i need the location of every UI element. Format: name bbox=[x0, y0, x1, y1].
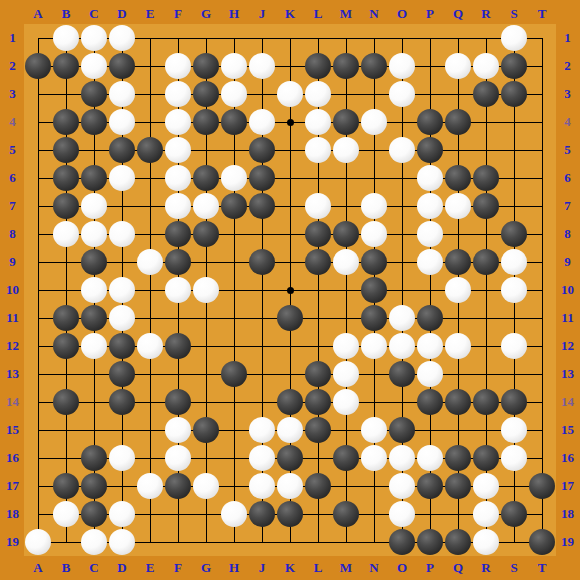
white-stone-L4: ○ bbox=[305, 109, 331, 135]
coord-bottom-D[interactable]: D bbox=[108, 555, 136, 580]
white-stone-J15: ○ bbox=[249, 417, 275, 443]
coord-left-7[interactable]: 7 bbox=[0, 192, 25, 220]
coord-bottom-A[interactable]: A bbox=[24, 555, 52, 580]
coord-top-N[interactable]: N bbox=[360, 1, 388, 26]
coord-left-13[interactable]: 13 bbox=[0, 360, 25, 388]
white-stone-Q10: ○ bbox=[445, 277, 471, 303]
black-stone-J9: ● bbox=[249, 249, 275, 275]
black-stone-L2: ● bbox=[305, 53, 331, 79]
coord-right-4[interactable]: 4 bbox=[555, 108, 580, 136]
white-stone-P13: ○ bbox=[417, 361, 443, 387]
coord-right-9[interactable]: 9 bbox=[555, 248, 580, 276]
coord-right-14[interactable]: 14 bbox=[555, 388, 580, 416]
coord-bottom-B[interactable]: B bbox=[52, 555, 80, 580]
black-stone-L14: ● bbox=[305, 389, 331, 415]
black-stone-D14: ● bbox=[109, 389, 135, 415]
coord-left-11[interactable]: 11 bbox=[0, 304, 25, 332]
coord-top-C[interactable]: C bbox=[80, 1, 108, 26]
coord-right-12[interactable]: 12 bbox=[555, 332, 580, 360]
white-stone-H2: ○ bbox=[221, 53, 247, 79]
black-stone-N9: ● bbox=[361, 249, 387, 275]
black-stone-O13: ● bbox=[389, 361, 415, 387]
white-stone-L3: ○ bbox=[305, 81, 331, 107]
coord-bottom-F[interactable]: F bbox=[164, 555, 192, 580]
white-stone-C19: ○ bbox=[81, 529, 107, 555]
white-stone-P7: ○ bbox=[417, 193, 443, 219]
hoshi-K10 bbox=[287, 287, 294, 294]
white-stone-D1: ○ bbox=[109, 25, 135, 51]
black-stone-B7: ● bbox=[53, 193, 79, 219]
white-stone-S10: ○ bbox=[501, 277, 527, 303]
black-stone-O19: ● bbox=[389, 529, 415, 555]
black-stone-C16: ● bbox=[81, 445, 107, 471]
white-stone-F5: ○ bbox=[165, 137, 191, 163]
coord-top-D[interactable]: D bbox=[108, 1, 136, 26]
black-stone-L9: ● bbox=[305, 249, 331, 275]
black-stone-C3: ● bbox=[81, 81, 107, 107]
white-stone-C12: ○ bbox=[81, 333, 107, 359]
white-stone-L7: ○ bbox=[305, 193, 331, 219]
coord-right-17[interactable]: 17 bbox=[555, 472, 580, 500]
coord-top-S[interactable]: S bbox=[500, 1, 528, 26]
black-stone-S3: ● bbox=[501, 81, 527, 107]
black-stone-S18: ● bbox=[501, 501, 527, 527]
black-stone-Q14: ● bbox=[445, 389, 471, 415]
black-stone-F17: ● bbox=[165, 473, 191, 499]
white-stone-C7: ○ bbox=[81, 193, 107, 219]
black-stone-D13: ● bbox=[109, 361, 135, 387]
black-stone-C4: ● bbox=[81, 109, 107, 135]
coord-left-6[interactable]: 6 bbox=[0, 164, 25, 192]
coord-left-4[interactable]: 4 bbox=[0, 108, 25, 136]
white-stone-C1: ○ bbox=[81, 25, 107, 51]
white-stone-G17: ○ bbox=[193, 473, 219, 499]
black-stone-J5: ● bbox=[249, 137, 275, 163]
white-stone-N15: ○ bbox=[361, 417, 387, 443]
white-stone-E17: ○ bbox=[137, 473, 163, 499]
coord-bottom-M[interactable]: M bbox=[332, 555, 360, 580]
coord-left-3[interactable]: 3 bbox=[0, 80, 25, 108]
white-stone-C10: ○ bbox=[81, 277, 107, 303]
black-stone-G2: ● bbox=[193, 53, 219, 79]
black-stone-G4: ● bbox=[193, 109, 219, 135]
black-stone-R16: ● bbox=[473, 445, 499, 471]
black-stone-F8: ● bbox=[165, 221, 191, 247]
white-stone-N16: ○ bbox=[361, 445, 387, 471]
black-stone-H13: ● bbox=[221, 361, 247, 387]
white-stone-D3: ○ bbox=[109, 81, 135, 107]
coord-top-G[interactable]: G bbox=[192, 1, 220, 26]
coord-top-O[interactable]: O bbox=[388, 1, 416, 26]
black-stone-R6: ● bbox=[473, 165, 499, 191]
go-board[interactable]: AABBCCDDEEFFGGHHJJKKLLMMNNOOPPQQRRSSTT11… bbox=[0, 0, 580, 580]
white-stone-F2: ○ bbox=[165, 53, 191, 79]
coord-top-J[interactable]: J bbox=[248, 1, 276, 26]
black-stone-L17: ● bbox=[305, 473, 331, 499]
black-stone-A2: ● bbox=[25, 53, 51, 79]
coord-left-12[interactable]: 12 bbox=[0, 332, 25, 360]
black-stone-Q17: ● bbox=[445, 473, 471, 499]
black-stone-G6: ● bbox=[193, 165, 219, 191]
white-stone-S12: ○ bbox=[501, 333, 527, 359]
black-stone-N11: ● bbox=[361, 305, 387, 331]
white-stone-E9: ○ bbox=[137, 249, 163, 275]
coord-left-17[interactable]: 17 bbox=[0, 472, 25, 500]
white-stone-D6: ○ bbox=[109, 165, 135, 191]
coord-right-1[interactable]: 1 bbox=[555, 24, 580, 52]
black-stone-P11: ● bbox=[417, 305, 443, 331]
white-stone-O11: ○ bbox=[389, 305, 415, 331]
white-stone-F7: ○ bbox=[165, 193, 191, 219]
white-stone-M9: ○ bbox=[333, 249, 359, 275]
white-stone-F10: ○ bbox=[165, 277, 191, 303]
black-stone-D2: ● bbox=[109, 53, 135, 79]
coord-right-5[interactable]: 5 bbox=[555, 136, 580, 164]
coord-bottom-P[interactable]: P bbox=[416, 555, 444, 580]
coord-bottom-L[interactable]: L bbox=[304, 555, 332, 580]
black-stone-M2: ● bbox=[333, 53, 359, 79]
white-stone-D16: ○ bbox=[109, 445, 135, 471]
white-stone-S9: ○ bbox=[501, 249, 527, 275]
white-stone-M13: ○ bbox=[333, 361, 359, 387]
white-stone-N12: ○ bbox=[361, 333, 387, 359]
black-stone-H7: ● bbox=[221, 193, 247, 219]
coord-top-F[interactable]: F bbox=[164, 1, 192, 26]
white-stone-H6: ○ bbox=[221, 165, 247, 191]
black-stone-Q6: ● bbox=[445, 165, 471, 191]
black-stone-B5: ● bbox=[53, 137, 79, 163]
coord-right-18[interactable]: 18 bbox=[555, 500, 580, 528]
white-stone-J16: ○ bbox=[249, 445, 275, 471]
coord-bottom-H[interactable]: H bbox=[220, 555, 248, 580]
black-stone-F9: ● bbox=[165, 249, 191, 275]
white-stone-Q12: ○ bbox=[445, 333, 471, 359]
coord-top-B[interactable]: B bbox=[52, 1, 80, 26]
white-stone-K3: ○ bbox=[277, 81, 303, 107]
coord-right-13[interactable]: 13 bbox=[555, 360, 580, 388]
white-stone-D18: ○ bbox=[109, 501, 135, 527]
coord-left-1[interactable]: 1 bbox=[0, 24, 25, 52]
black-stone-T17: ● bbox=[529, 473, 555, 499]
black-stone-B4: ● bbox=[53, 109, 79, 135]
coord-left-9[interactable]: 9 bbox=[0, 248, 25, 276]
white-stone-O5: ○ bbox=[389, 137, 415, 163]
coord-left-2[interactable]: 2 bbox=[0, 52, 25, 80]
black-stone-B2: ● bbox=[53, 53, 79, 79]
white-stone-B8: ○ bbox=[53, 221, 79, 247]
white-stone-Q2: ○ bbox=[445, 53, 471, 79]
black-stone-N10: ● bbox=[361, 277, 387, 303]
black-stone-R9: ● bbox=[473, 249, 499, 275]
black-stone-Q16: ● bbox=[445, 445, 471, 471]
white-stone-M14: ○ bbox=[333, 389, 359, 415]
black-stone-F14: ● bbox=[165, 389, 191, 415]
white-stone-S1: ○ bbox=[501, 25, 527, 51]
white-stone-R17: ○ bbox=[473, 473, 499, 499]
white-stone-F16: ○ bbox=[165, 445, 191, 471]
black-stone-M8: ● bbox=[333, 221, 359, 247]
coord-right-10[interactable]: 10 bbox=[555, 276, 580, 304]
black-stone-D12: ● bbox=[109, 333, 135, 359]
white-stone-F3: ○ bbox=[165, 81, 191, 107]
black-stone-T19: ● bbox=[529, 529, 555, 555]
black-stone-G15: ● bbox=[193, 417, 219, 443]
white-stone-D10: ○ bbox=[109, 277, 135, 303]
black-stone-S2: ● bbox=[501, 53, 527, 79]
white-stone-M12: ○ bbox=[333, 333, 359, 359]
white-stone-N4: ○ bbox=[361, 109, 387, 135]
white-stone-P12: ○ bbox=[417, 333, 443, 359]
coord-bottom-O[interactable]: O bbox=[388, 555, 416, 580]
black-stone-G8: ● bbox=[193, 221, 219, 247]
white-stone-D4: ○ bbox=[109, 109, 135, 135]
coord-top-L[interactable]: L bbox=[304, 1, 332, 26]
coord-bottom-C[interactable]: C bbox=[80, 555, 108, 580]
white-stone-Q7: ○ bbox=[445, 193, 471, 219]
black-stone-J18: ● bbox=[249, 501, 275, 527]
white-stone-C2: ○ bbox=[81, 53, 107, 79]
white-stone-F4: ○ bbox=[165, 109, 191, 135]
coord-right-3[interactable]: 3 bbox=[555, 80, 580, 108]
white-stone-O18: ○ bbox=[389, 501, 415, 527]
white-stone-R18: ○ bbox=[473, 501, 499, 527]
white-stone-K17: ○ bbox=[277, 473, 303, 499]
white-stone-O2: ○ bbox=[389, 53, 415, 79]
black-stone-R7: ● bbox=[473, 193, 499, 219]
black-stone-Q4: ● bbox=[445, 109, 471, 135]
white-stone-E12: ○ bbox=[137, 333, 163, 359]
black-stone-K16: ● bbox=[277, 445, 303, 471]
coord-bottom-J[interactable]: J bbox=[248, 555, 276, 580]
black-stone-L15: ● bbox=[305, 417, 331, 443]
black-stone-B14: ● bbox=[53, 389, 79, 415]
white-stone-J17: ○ bbox=[249, 473, 275, 499]
coord-left-16[interactable]: 16 bbox=[0, 444, 25, 472]
coord-right-16[interactable]: 16 bbox=[555, 444, 580, 472]
black-stone-C6: ● bbox=[81, 165, 107, 191]
black-stone-R3: ● bbox=[473, 81, 499, 107]
black-stone-Q19: ● bbox=[445, 529, 471, 555]
black-stone-C9: ● bbox=[81, 249, 107, 275]
hoshi-K4 bbox=[287, 119, 294, 126]
white-stone-P6: ○ bbox=[417, 165, 443, 191]
white-stone-L5: ○ bbox=[305, 137, 331, 163]
coord-bottom-E[interactable]: E bbox=[136, 555, 164, 580]
white-stone-A19: ○ bbox=[25, 529, 51, 555]
white-stone-K15: ○ bbox=[277, 417, 303, 443]
black-stone-B11: ● bbox=[53, 305, 79, 331]
coord-left-19[interactable]: 19 bbox=[0, 528, 25, 556]
black-stone-K11: ● bbox=[277, 305, 303, 331]
coord-top-M[interactable]: M bbox=[332, 1, 360, 26]
black-stone-J7: ● bbox=[249, 193, 275, 219]
black-stone-P19: ● bbox=[417, 529, 443, 555]
black-stone-B6: ● bbox=[53, 165, 79, 191]
coord-top-K[interactable]: K bbox=[276, 1, 304, 26]
black-stone-G3: ● bbox=[193, 81, 219, 107]
white-stone-R2: ○ bbox=[473, 53, 499, 79]
coord-top-E[interactable]: E bbox=[136, 1, 164, 26]
coord-right-7[interactable]: 7 bbox=[555, 192, 580, 220]
black-stone-F12: ● bbox=[165, 333, 191, 359]
black-stone-Q9: ● bbox=[445, 249, 471, 275]
black-stone-E5: ● bbox=[137, 137, 163, 163]
white-stone-N8: ○ bbox=[361, 221, 387, 247]
black-stone-K14: ● bbox=[277, 389, 303, 415]
white-stone-O17: ○ bbox=[389, 473, 415, 499]
black-stone-C17: ● bbox=[81, 473, 107, 499]
black-stone-K18: ● bbox=[277, 501, 303, 527]
black-stone-P5: ● bbox=[417, 137, 443, 163]
white-stone-N7: ○ bbox=[361, 193, 387, 219]
white-stone-O3: ○ bbox=[389, 81, 415, 107]
coord-left-18[interactable]: 18 bbox=[0, 500, 25, 528]
black-stone-L8: ● bbox=[305, 221, 331, 247]
coord-right-6[interactable]: 6 bbox=[555, 164, 580, 192]
coord-top-Q[interactable]: Q bbox=[444, 1, 472, 26]
black-stone-P14: ● bbox=[417, 389, 443, 415]
white-stone-F15: ○ bbox=[165, 417, 191, 443]
white-stone-P8: ○ bbox=[417, 221, 443, 247]
coord-right-8[interactable]: 8 bbox=[555, 220, 580, 248]
coord-bottom-R[interactable]: R bbox=[472, 555, 500, 580]
white-stone-D19: ○ bbox=[109, 529, 135, 555]
black-stone-N2: ● bbox=[361, 53, 387, 79]
white-stone-J4: ○ bbox=[249, 109, 275, 135]
white-stone-F6: ○ bbox=[165, 165, 191, 191]
coord-top-A[interactable]: A bbox=[24, 1, 52, 26]
coord-top-P[interactable]: P bbox=[416, 1, 444, 26]
coord-right-11[interactable]: 11 bbox=[555, 304, 580, 332]
black-stone-S8: ● bbox=[501, 221, 527, 247]
white-stone-D11: ○ bbox=[109, 305, 135, 331]
coord-bottom-S[interactable]: S bbox=[500, 555, 528, 580]
white-stone-P9: ○ bbox=[417, 249, 443, 275]
white-stone-G10: ○ bbox=[193, 277, 219, 303]
black-stone-M4: ● bbox=[333, 109, 359, 135]
black-stone-M16: ● bbox=[333, 445, 359, 471]
white-stone-O12: ○ bbox=[389, 333, 415, 359]
black-stone-B12: ● bbox=[53, 333, 79, 359]
coord-right-15[interactable]: 15 bbox=[555, 416, 580, 444]
coord-left-15[interactable]: 15 bbox=[0, 416, 25, 444]
black-stone-P4: ● bbox=[417, 109, 443, 135]
coord-bottom-G[interactable]: G bbox=[192, 555, 220, 580]
black-stone-O15: ● bbox=[389, 417, 415, 443]
white-stone-C8: ○ bbox=[81, 221, 107, 247]
coord-bottom-T[interactable]: T bbox=[528, 555, 556, 580]
black-stone-P17: ● bbox=[417, 473, 443, 499]
white-stone-H3: ○ bbox=[221, 81, 247, 107]
white-stone-J2: ○ bbox=[249, 53, 275, 79]
coord-bottom-Q[interactable]: Q bbox=[444, 555, 472, 580]
white-stone-P16: ○ bbox=[417, 445, 443, 471]
black-stone-H4: ● bbox=[221, 109, 247, 135]
white-stone-O16: ○ bbox=[389, 445, 415, 471]
black-stone-M18: ● bbox=[333, 501, 359, 527]
black-stone-C18: ● bbox=[81, 501, 107, 527]
white-stone-B18: ○ bbox=[53, 501, 79, 527]
coord-top-R[interactable]: R bbox=[472, 1, 500, 26]
coord-left-14[interactable]: 14 bbox=[0, 388, 25, 416]
white-stone-R19: ○ bbox=[473, 529, 499, 555]
white-stone-M5: ○ bbox=[333, 137, 359, 163]
black-stone-S14: ● bbox=[501, 389, 527, 415]
white-stone-S16: ○ bbox=[501, 445, 527, 471]
white-stone-S15: ○ bbox=[501, 417, 527, 443]
coord-left-5[interactable]: 5 bbox=[0, 136, 25, 164]
coord-bottom-N[interactable]: N bbox=[360, 555, 388, 580]
coord-right-19[interactable]: 19 bbox=[555, 528, 580, 556]
white-stone-H18: ○ bbox=[221, 501, 247, 527]
black-stone-D5: ● bbox=[109, 137, 135, 163]
coord-left-8[interactable]: 8 bbox=[0, 220, 25, 248]
black-stone-C11: ● bbox=[81, 305, 107, 331]
black-stone-B17: ● bbox=[53, 473, 79, 499]
white-stone-D8: ○ bbox=[109, 221, 135, 247]
coord-bottom-K[interactable]: K bbox=[276, 555, 304, 580]
white-stone-B1: ○ bbox=[53, 25, 79, 51]
coord-top-T[interactable]: T bbox=[528, 1, 556, 26]
coord-right-2[interactable]: 2 bbox=[555, 52, 580, 80]
black-stone-R14: ● bbox=[473, 389, 499, 415]
coord-left-10[interactable]: 10 bbox=[0, 276, 25, 304]
black-stone-J6: ● bbox=[249, 165, 275, 191]
white-stone-G7: ○ bbox=[193, 193, 219, 219]
black-stone-L13: ● bbox=[305, 361, 331, 387]
coord-top-H[interactable]: H bbox=[220, 1, 248, 26]
